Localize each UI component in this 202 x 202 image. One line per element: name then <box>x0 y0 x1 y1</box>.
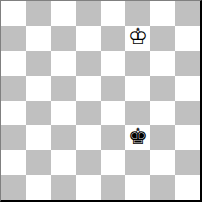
square-f1[interactable] <box>125 175 150 200</box>
square-c8[interactable] <box>51 1 76 26</box>
square-a6[interactable] <box>1 51 26 76</box>
square-g3[interactable] <box>150 125 175 150</box>
square-h3[interactable] <box>175 125 200 150</box>
square-c7[interactable] <box>51 26 76 51</box>
chess-board: ♔♚ <box>0 0 202 202</box>
square-e6[interactable] <box>101 51 126 76</box>
square-a8[interactable] <box>1 1 26 26</box>
square-e3[interactable] <box>101 125 126 150</box>
white-king-piece[interactable]: ♔ <box>128 26 148 48</box>
square-d6[interactable] <box>76 51 101 76</box>
square-b2[interactable] <box>26 150 51 175</box>
square-b7[interactable] <box>26 26 51 51</box>
square-f8[interactable] <box>125 1 150 26</box>
square-c2[interactable] <box>51 150 76 175</box>
square-f2[interactable] <box>125 150 150 175</box>
square-h8[interactable] <box>175 1 200 26</box>
square-c3[interactable] <box>51 125 76 150</box>
square-f5[interactable] <box>125 76 150 101</box>
square-a3[interactable] <box>1 125 26 150</box>
square-a1[interactable] <box>1 175 26 200</box>
square-a2[interactable] <box>1 150 26 175</box>
square-d2[interactable] <box>76 150 101 175</box>
square-g8[interactable] <box>150 1 175 26</box>
black-king-piece[interactable]: ♚ <box>128 126 148 148</box>
square-h1[interactable] <box>175 175 200 200</box>
square-h6[interactable] <box>175 51 200 76</box>
square-d5[interactable] <box>76 76 101 101</box>
square-b4[interactable] <box>26 101 51 126</box>
square-c6[interactable] <box>51 51 76 76</box>
square-f3[interactable]: ♚ <box>125 125 150 150</box>
square-d1[interactable] <box>76 175 101 200</box>
square-e4[interactable] <box>101 101 126 126</box>
square-e2[interactable] <box>101 150 126 175</box>
square-d8[interactable] <box>76 1 101 26</box>
square-h2[interactable] <box>175 150 200 175</box>
square-d7[interactable] <box>76 26 101 51</box>
square-g4[interactable] <box>150 101 175 126</box>
square-g6[interactable] <box>150 51 175 76</box>
square-e1[interactable] <box>101 175 126 200</box>
square-f4[interactable] <box>125 101 150 126</box>
square-b6[interactable] <box>26 51 51 76</box>
square-d4[interactable] <box>76 101 101 126</box>
square-f6[interactable] <box>125 51 150 76</box>
square-b1[interactable] <box>26 175 51 200</box>
square-a5[interactable] <box>1 76 26 101</box>
square-b5[interactable] <box>26 76 51 101</box>
square-h7[interactable] <box>175 26 200 51</box>
square-h4[interactable] <box>175 101 200 126</box>
square-e5[interactable] <box>101 76 126 101</box>
square-c4[interactable] <box>51 101 76 126</box>
square-a7[interactable] <box>1 26 26 51</box>
square-a4[interactable] <box>1 101 26 126</box>
square-g2[interactable] <box>150 150 175 175</box>
square-c1[interactable] <box>51 175 76 200</box>
square-b8[interactable] <box>26 1 51 26</box>
square-c5[interactable] <box>51 76 76 101</box>
square-g1[interactable] <box>150 175 175 200</box>
square-d3[interactable] <box>76 125 101 150</box>
square-e8[interactable] <box>101 1 126 26</box>
square-f7[interactable]: ♔ <box>125 26 150 51</box>
square-h5[interactable] <box>175 76 200 101</box>
square-g7[interactable] <box>150 26 175 51</box>
square-g5[interactable] <box>150 76 175 101</box>
square-b3[interactable] <box>26 125 51 150</box>
square-e7[interactable] <box>101 26 126 51</box>
